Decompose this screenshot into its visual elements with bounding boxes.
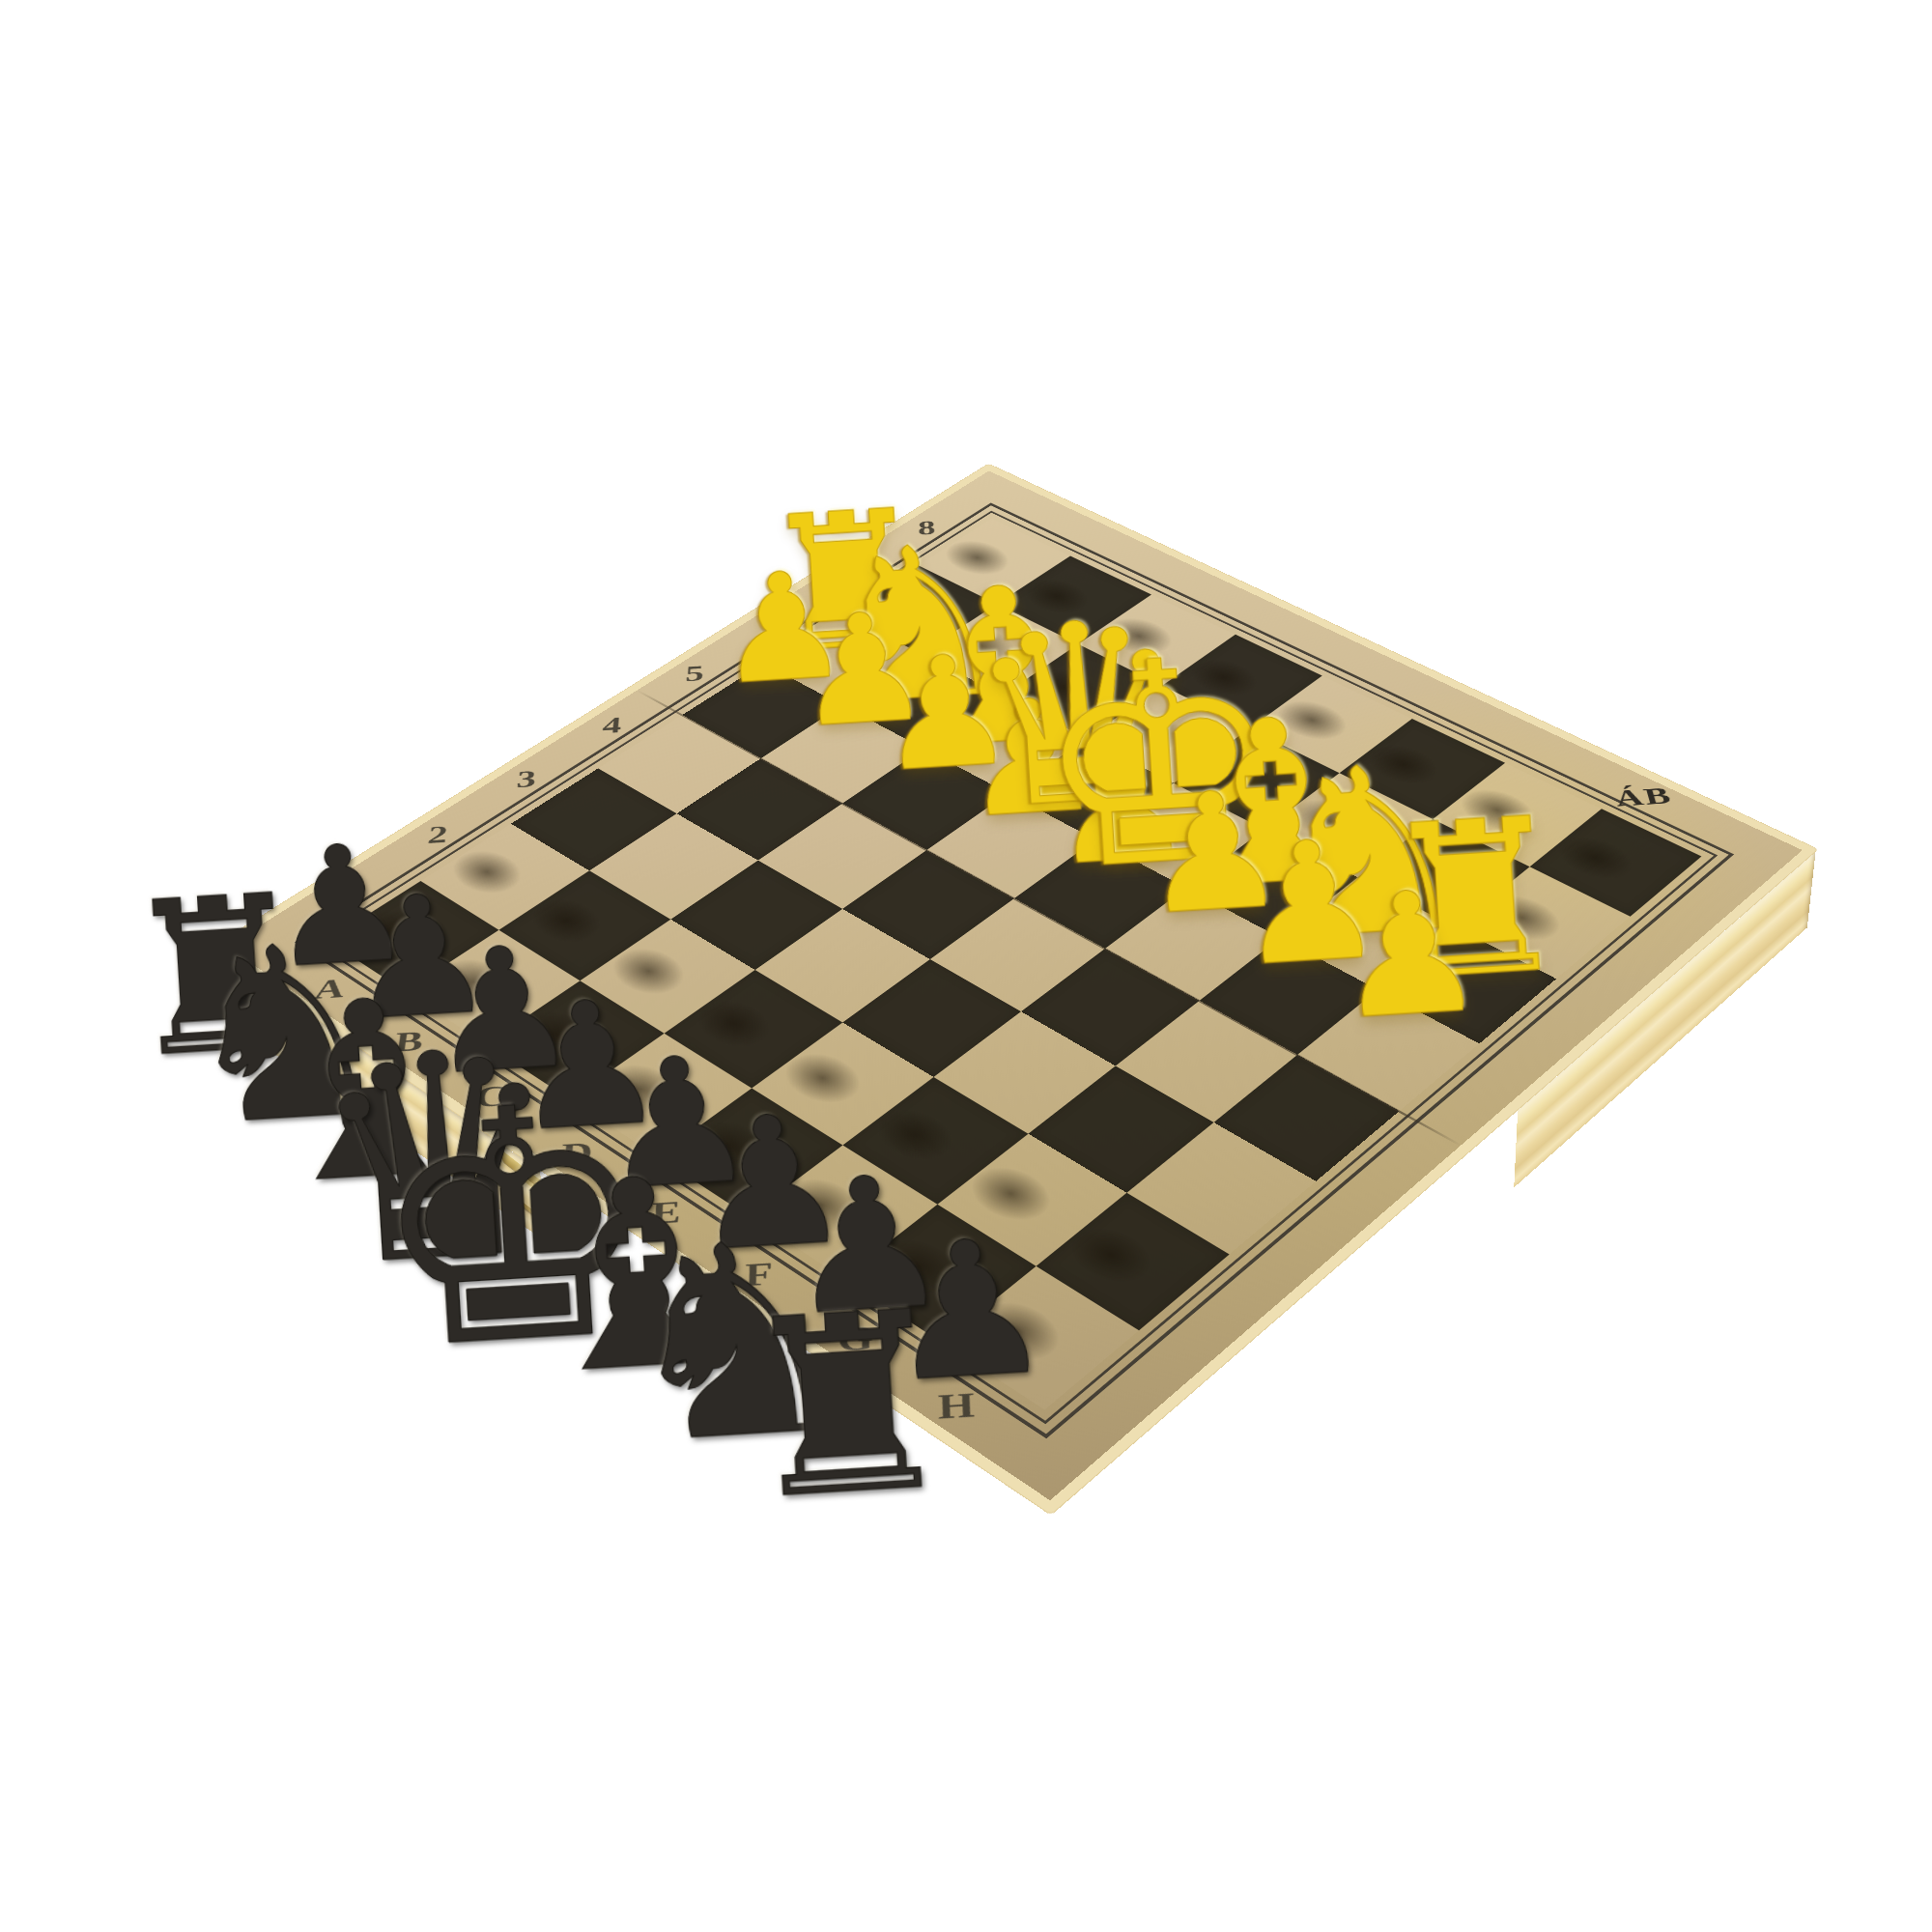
photo-scene: ♜♞♝♛♚♝♞♜♟♟♟♟♟♟♟♟♟♟♟♟♟♟♟♟♜♞♝♛♚♝♞♜ 1234567… [0, 0, 1932, 1932]
board-surface: ♜♞♝♛♚♝♞♜♟♟♟♟♟♟♟♟♟♟♟♟♟♟♟♟♜♞♝♛♚♝♞♜ 1234567… [226, 470, 1803, 1500]
chess-box: ♜♞♝♛♚♝♞♜♟♟♟♟♟♟♟♟♟♟♟♟♟♟♟♟♜♞♝♛♚♝♞♜ 1234567… [210, 464, 1819, 1516]
board-wood-edge: ♜♞♝♛♚♝♞♜♟♟♟♟♟♟♟♟♟♟♟♟♟♟♟♟♜♞♝♛♚♝♞♜ 1234567… [210, 464, 1819, 1516]
rank-label-3: 3 [499, 743, 553, 816]
brand-mark: ÁB [1612, 781, 1676, 812]
rank-label-5: 5 [670, 639, 718, 707]
chess-board-grid: ♜♞♝♛♚♝♞♜♟♟♟♟♟♟♟♟♟♟♟♟♟♟♟♟♜♞♝♛♚♝♞♜ [327, 519, 1702, 1410]
rank-label-4: 4 [586, 691, 637, 761]
rank-label-6: 6 [752, 591, 797, 657]
rank-label-7: 7 [831, 544, 874, 608]
rank-label-8: 8 [905, 497, 950, 559]
